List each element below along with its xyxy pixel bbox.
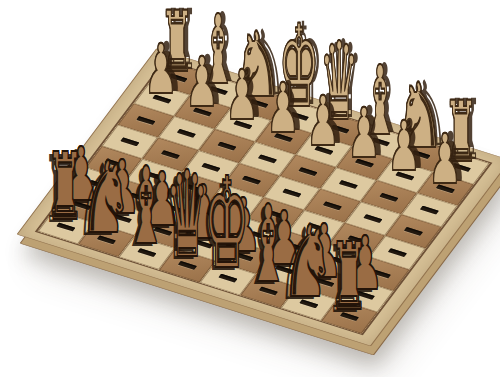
piece-slot (177, 129, 196, 138)
chess-set-photo: ♜♝♞♚♛♝♞♜♟♟♟♟♟♟♟♟♟♟♟♟♟♟♟♟♜♞♝♛♚♝♞♜ (0, 0, 500, 377)
piece-light-pawn[interactable]: ♟ (387, 112, 421, 181)
piece-light-pawn[interactable]: ♟ (225, 61, 259, 130)
piece-slot (388, 248, 407, 257)
piece-light-pawn[interactable]: ♟ (306, 87, 340, 156)
piece-slot (379, 193, 398, 202)
piece-light-pawn[interactable]: ♟ (185, 48, 219, 117)
piece-light-pawn[interactable]: ♟ (347, 99, 381, 168)
piece-dark-knight[interactable]: ♞ (282, 211, 335, 310)
piece-slot (420, 206, 439, 215)
piece-light-pawn[interactable]: ♟ (428, 125, 462, 194)
piece-dark-king[interactable]: ♚ (205, 161, 250, 287)
piece-slot (298, 167, 317, 176)
piece-slot (339, 180, 358, 189)
piece-light-pawn[interactable]: ♟ (266, 74, 300, 143)
piece-dark-rook[interactable]: ♜ (330, 231, 367, 324)
piece-slot (136, 116, 155, 125)
piece-slot (404, 227, 423, 236)
piece-dark-bishop[interactable]: ♝ (126, 154, 166, 260)
piece-dark-knight[interactable]: ♞ (79, 147, 132, 246)
piece-slot (258, 154, 277, 163)
piece-dark-queen[interactable]: ♛ (165, 154, 208, 273)
piece-light-pawn[interactable]: ♟ (144, 35, 178, 104)
